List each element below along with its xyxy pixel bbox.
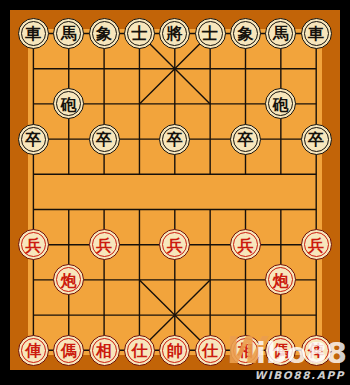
piece-red-horse[interactable]: 傌 (53, 335, 84, 366)
piece-glyph: 炮 (61, 272, 77, 288)
piece-glyph: 仕 (202, 343, 218, 359)
piece-glyph: 相 (237, 343, 253, 359)
board-point-d10[interactable]: 士 (122, 16, 157, 51)
board-point-i10[interactable]: 車 (298, 16, 333, 51)
board-point-i2[interactable] (298, 297, 333, 332)
board-point-e6[interactable] (157, 157, 192, 192)
board-point-d1[interactable]: 仕 (122, 333, 157, 368)
board-point-e2[interactable] (157, 297, 192, 332)
piece-glyph: 兵 (167, 237, 183, 253)
board-point-h7[interactable] (263, 121, 298, 156)
piece-ring: 仕 (127, 338, 152, 363)
piece-glyph: 砲 (61, 96, 77, 112)
piece-glyph: 士 (202, 26, 218, 42)
board-point-c4[interactable]: 兵 (86, 227, 121, 262)
piece-glyph: 卒 (25, 132, 41, 148)
board-point-a2[interactable] (16, 297, 51, 332)
piece-black-elephant[interactable]: 象 (230, 18, 261, 49)
board-point-g8[interactable] (228, 86, 263, 121)
piece-glyph: 卒 (237, 132, 253, 148)
piece-black-horse[interactable]: 馬 (265, 18, 296, 49)
piece-glyph: 俥 (25, 343, 41, 359)
board-point-f5[interactable] (192, 192, 227, 227)
board-point-h4[interactable] (263, 227, 298, 262)
piece-black-soldier[interactable]: 卒 (301, 124, 332, 155)
board-point-f8[interactable] (192, 86, 227, 121)
piece-ring: 相 (233, 338, 258, 363)
board-point-i1[interactable]: 俥 (298, 333, 333, 368)
piece-glyph: 兵 (237, 237, 253, 253)
board-point-h1[interactable]: 傌 (263, 333, 298, 368)
piece-red-soldier[interactable]: 兵 (230, 229, 261, 260)
piece-glyph: 士 (131, 26, 147, 42)
piece-ring: 卒 (233, 127, 258, 152)
board-point-d7[interactable] (122, 121, 157, 156)
piece-ring: 炮 (56, 267, 81, 292)
piece-black-soldier[interactable]: 卒 (230, 124, 261, 155)
piece-ring: 卒 (21, 127, 46, 152)
board-point-c8[interactable] (86, 86, 121, 121)
board-point-c5[interactable] (86, 192, 121, 227)
board-point-a1[interactable]: 俥 (16, 333, 51, 368)
piece-black-general[interactable]: 將 (159, 18, 190, 49)
piece-red-elephant[interactable]: 相 (89, 335, 120, 366)
board-point-g1[interactable]: 相 (228, 333, 263, 368)
board-point-g9[interactable] (228, 51, 263, 86)
piece-ring: 炮 (268, 267, 293, 292)
board-point-b8[interactable]: 砲 (51, 86, 86, 121)
board-point-e1[interactable]: 帥 (157, 333, 192, 368)
board-point-i4[interactable]: 兵 (298, 227, 333, 262)
piece-glyph: 仕 (131, 343, 147, 359)
board-point-f4[interactable] (192, 227, 227, 262)
piece-glyph: 兵 (308, 237, 324, 253)
piece-glyph: 相 (96, 343, 112, 359)
board-point-b1[interactable]: 傌 (51, 333, 86, 368)
piece-ring: 馬 (268, 21, 293, 46)
piece-red-chariot[interactable]: 俥 (18, 335, 49, 366)
board-point-h9[interactable] (263, 51, 298, 86)
board-point-a6[interactable] (16, 157, 51, 192)
board-point-a4[interactable]: 兵 (16, 227, 51, 262)
board-point-e8[interactable] (157, 86, 192, 121)
board-point-c6[interactable] (86, 157, 121, 192)
board-point-c3[interactable] (86, 262, 121, 297)
board-point-a10[interactable]: 車 (16, 16, 51, 51)
board-point-b9[interactable] (51, 51, 86, 86)
board-point-e5[interactable] (157, 192, 192, 227)
piece-ring: 傌 (56, 338, 81, 363)
piece-black-advisor[interactable]: 士 (124, 18, 155, 49)
piece-glyph: 兵 (25, 237, 41, 253)
piece-black-soldier[interactable]: 卒 (159, 124, 190, 155)
board-point-h5[interactable] (263, 192, 298, 227)
board-point-i6[interactable] (298, 157, 333, 192)
board-point-i7[interactable]: 卒 (298, 121, 333, 156)
piece-glyph: 卒 (308, 132, 324, 148)
board-point-a9[interactable] (16, 51, 51, 86)
piece-glyph: 砲 (273, 96, 289, 112)
piece-ring: 卒 (162, 127, 187, 152)
board-point-e10[interactable]: 將 (157, 16, 192, 51)
piece-ring: 砲 (56, 91, 81, 116)
piece-red-general[interactable]: 帥 (159, 335, 190, 366)
piece-ring: 卒 (304, 127, 329, 152)
board-point-b2[interactable] (51, 297, 86, 332)
piece-glyph: 炮 (273, 272, 289, 288)
piece-black-advisor[interactable]: 士 (195, 18, 226, 49)
piece-ring: 兵 (304, 232, 329, 257)
board-point-g7[interactable]: 卒 (228, 121, 263, 156)
board-point-g2[interactable] (228, 297, 263, 332)
board-point-h8[interactable]: 砲 (263, 86, 298, 121)
piece-red-soldier[interactable]: 兵 (89, 229, 120, 260)
piece-ring: 仕 (198, 338, 223, 363)
piece-glyph: 傌 (61, 343, 77, 359)
piece-ring: 卒 (92, 127, 117, 152)
piece-red-advisor[interactable]: 仕 (124, 335, 155, 366)
piece-glyph: 傌 (273, 343, 289, 359)
board-point-g4[interactable]: 兵 (228, 227, 263, 262)
piece-glyph: 將 (167, 26, 183, 42)
piece-ring: 士 (198, 21, 223, 46)
piece-red-cannon[interactable]: 炮 (53, 264, 84, 295)
piece-ring: 將 (162, 21, 187, 46)
piece-red-soldier[interactable]: 兵 (301, 229, 332, 260)
piece-black-cannon[interactable]: 砲 (265, 88, 296, 119)
piece-black-elephant[interactable]: 象 (89, 18, 120, 49)
piece-ring: 兵 (162, 232, 187, 257)
board-point-b5[interactable] (51, 192, 86, 227)
piece-black-chariot[interactable]: 車 (301, 18, 332, 49)
board-point-c7[interactable]: 卒 (86, 121, 121, 156)
board-point-f9[interactable] (192, 51, 227, 86)
board-point-b10[interactable]: 馬 (51, 16, 86, 51)
piece-glyph: 馬 (61, 26, 77, 42)
piece-black-chariot[interactable]: 車 (18, 18, 49, 49)
piece-red-soldier[interactable]: 兵 (159, 229, 190, 260)
piece-red-advisor[interactable]: 仕 (195, 335, 226, 366)
piece-glyph: 卒 (167, 132, 183, 148)
piece-ring: 帥 (162, 338, 187, 363)
piece-red-horse[interactable]: 傌 (265, 335, 296, 366)
xiangqi-board: 車馬象士將士象馬車砲砲卒卒卒卒卒兵兵兵兵兵炮炮俥傌相仕帥仕相傌俥 (16, 16, 334, 368)
board-point-a8[interactable] (16, 86, 51, 121)
board-point-i9[interactable] (298, 51, 333, 86)
board-point-e4[interactable]: 兵 (157, 227, 192, 262)
piece-black-horse[interactable]: 馬 (53, 18, 84, 49)
board-point-h2[interactable] (263, 297, 298, 332)
board-point-d9[interactable] (122, 51, 157, 86)
board-point-i8[interactable] (298, 86, 333, 121)
piece-glyph: 卒 (96, 132, 112, 148)
board-point-h3[interactable]: 炮 (263, 262, 298, 297)
board-point-d5[interactable] (122, 192, 157, 227)
board-point-b4[interactable] (51, 227, 86, 262)
board-point-e9[interactable] (157, 51, 192, 86)
piece-black-cannon[interactable]: 砲 (53, 88, 84, 119)
board-point-d4[interactable] (122, 227, 157, 262)
piece-red-elephant[interactable]: 相 (230, 335, 261, 366)
piece-ring: 車 (21, 21, 46, 46)
piece-ring: 兵 (21, 232, 46, 257)
board-point-h6[interactable] (263, 157, 298, 192)
piece-ring: 象 (92, 21, 117, 46)
board-point-f10[interactable]: 士 (192, 16, 227, 51)
brand-domain: WIBO88.APP (222, 370, 345, 381)
piece-glyph: 帥 (167, 343, 183, 359)
piece-black-soldier[interactable]: 卒 (18, 124, 49, 155)
board-point-a3[interactable] (16, 262, 51, 297)
board-point-f3[interactable] (192, 262, 227, 297)
board-point-c2[interactable] (86, 297, 121, 332)
board-point-c10[interactable]: 象 (86, 16, 121, 51)
board-point-f7[interactable] (192, 121, 227, 156)
board-point-b6[interactable] (51, 157, 86, 192)
board-point-e7[interactable]: 卒 (157, 121, 192, 156)
piece-ring: 相 (92, 338, 117, 363)
piece-ring: 馬 (56, 21, 81, 46)
piece-ring: 士 (127, 21, 152, 46)
piece-glyph: 車 (308, 26, 324, 42)
piece-glyph: 象 (237, 26, 253, 42)
board-point-g3[interactable] (228, 262, 263, 297)
board-point-d6[interactable] (122, 157, 157, 192)
piece-ring: 俥 (21, 338, 46, 363)
piece-ring: 俥 (304, 338, 329, 363)
piece-ring: 車 (304, 21, 329, 46)
piece-ring: 兵 (233, 232, 258, 257)
piece-ring: 砲 (268, 91, 293, 116)
piece-ring: 傌 (268, 338, 293, 363)
piece-glyph: 兵 (96, 237, 112, 253)
board-point-c9[interactable] (86, 51, 121, 86)
board-point-g5[interactable] (228, 192, 263, 227)
piece-glyph: 馬 (273, 26, 289, 42)
board-point-d3[interactable] (122, 262, 157, 297)
board-point-b3[interactable]: 炮 (51, 262, 86, 297)
piece-red-chariot[interactable]: 俥 (301, 335, 332, 366)
piece-glyph: 俥 (308, 343, 324, 359)
board-point-e3[interactable] (157, 262, 192, 297)
board-point-f1[interactable]: 仕 (192, 333, 227, 368)
piece-ring: 兵 (92, 232, 117, 257)
board-point-a7[interactable]: 卒 (16, 121, 51, 156)
board-point-d8[interactable] (122, 86, 157, 121)
board-point-f2[interactable] (192, 297, 227, 332)
board-point-f6[interactable] (192, 157, 227, 192)
board-point-d2[interactable] (122, 297, 157, 332)
board-point-a5[interactable] (16, 192, 51, 227)
piece-glyph: 車 (25, 26, 41, 42)
piece-ring: 象 (233, 21, 258, 46)
board-point-c1[interactable]: 相 (86, 333, 121, 368)
board-point-i5[interactable] (298, 192, 333, 227)
board-point-i3[interactable] (298, 262, 333, 297)
piece-black-soldier[interactable]: 卒 (89, 124, 120, 155)
board-point-g10[interactable]: 象 (228, 16, 263, 51)
board-point-h10[interactable]: 馬 (263, 16, 298, 51)
piece-red-soldier[interactable]: 兵 (18, 229, 49, 260)
board-point-g6[interactable] (228, 157, 263, 192)
piece-glyph: 象 (96, 26, 112, 42)
board-point-b7[interactable] (51, 121, 86, 156)
piece-red-cannon[interactable]: 炮 (265, 264, 296, 295)
